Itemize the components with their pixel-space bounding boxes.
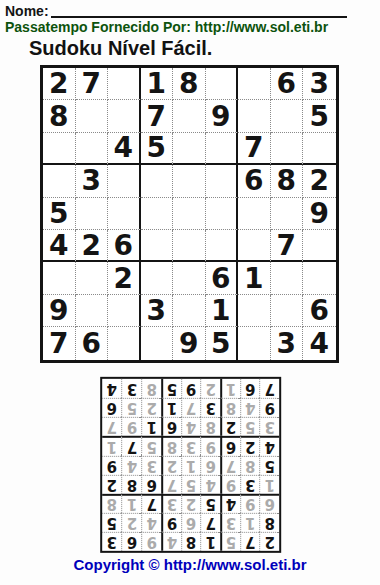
- puzzle-cell[interactable]: [141, 327, 174, 359]
- solution-cell: 5: [141, 436, 161, 455]
- puzzle-cell[interactable]: 1: [206, 295, 239, 327]
- solution-cell: 6: [102, 398, 122, 417]
- puzzle-cell[interactable]: [206, 133, 239, 165]
- puzzle-cell[interactable]: [141, 165, 174, 197]
- puzzle-cell[interactable]: 5: [43, 198, 76, 230]
- puzzle-cell[interactable]: 6: [108, 230, 141, 262]
- puzzle-cell[interactable]: 2: [303, 165, 336, 197]
- puzzle-cell[interactable]: [173, 100, 206, 132]
- puzzle-cell[interactable]: 3: [303, 68, 336, 100]
- puzzle-cell[interactable]: 3: [271, 327, 304, 359]
- puzzle-cell[interactable]: [76, 133, 109, 165]
- puzzle-cell[interactable]: [173, 262, 206, 294]
- puzzle-cell[interactable]: [238, 327, 271, 359]
- puzzle-cell[interactable]: 5: [141, 133, 174, 165]
- solution-cell: 2: [122, 513, 142, 532]
- puzzle-cell[interactable]: [271, 295, 304, 327]
- solution-cell: 3: [220, 513, 240, 532]
- puzzle-cell[interactable]: [206, 165, 239, 197]
- solution-cell: 9: [141, 532, 161, 551]
- solution-cell: 1: [102, 436, 122, 455]
- puzzle-cell[interactable]: 2: [76, 230, 109, 262]
- solution-cell: 5: [260, 455, 280, 474]
- puzzle-cell[interactable]: [271, 133, 304, 165]
- puzzle-cell[interactable]: [173, 198, 206, 230]
- puzzle-cell[interactable]: [271, 198, 304, 230]
- puzzle-cell[interactable]: 7: [238, 133, 271, 165]
- solution-cell: 4: [122, 455, 142, 474]
- solution-cell: 2: [260, 532, 280, 551]
- page-title: Sudoku Nível Fácil.: [29, 37, 212, 60]
- name-input-line[interactable]: [51, 3, 347, 18]
- puzzle-cell[interactable]: 1: [238, 262, 271, 294]
- solution-cell: 1: [220, 379, 240, 398]
- puzzle-cell[interactable]: 7: [76, 68, 109, 100]
- solution-cell: 7: [240, 532, 260, 551]
- solution-cell: 6: [141, 474, 161, 493]
- puzzle-cell[interactable]: [76, 295, 109, 327]
- solution-cell: 5: [240, 417, 260, 436]
- puzzle-cell[interactable]: 8: [43, 100, 76, 132]
- puzzle-cell[interactable]: [108, 165, 141, 197]
- puzzle-cell[interactable]: [76, 100, 109, 132]
- solution-cell: 3: [161, 494, 181, 513]
- solution-cell: 9: [260, 398, 280, 417]
- puzzle-cell[interactable]: 9: [206, 100, 239, 132]
- puzzle-cell[interactable]: 2: [108, 262, 141, 294]
- provider-link-text[interactable]: Passatempo Fornecido Por: http://www.sol…: [5, 19, 328, 35]
- solution-cell: 5: [181, 474, 201, 493]
- puzzle-cell[interactable]: [206, 68, 239, 100]
- solution-cell: 3: [181, 436, 201, 455]
- solution-cell: 7: [122, 436, 142, 455]
- solution-cell: 9: [240, 494, 260, 513]
- solution-cell: 5: [220, 532, 240, 551]
- solution-cell: 1: [161, 398, 181, 417]
- puzzle-cell[interactable]: 3: [141, 295, 174, 327]
- solution-cell: 8: [220, 398, 240, 417]
- solution-cell: 9: [181, 379, 201, 398]
- puzzle-cell[interactable]: [206, 230, 239, 262]
- puzzle-cell[interactable]: [173, 295, 206, 327]
- puzzle-cell[interactable]: [271, 100, 304, 132]
- solution-cell: 2: [181, 494, 201, 513]
- solution-cell: 9: [161, 513, 181, 532]
- solution-grid-rotated-container: 2751849638137694256945237181394576825876…: [100, 377, 281, 553]
- puzzle-cell[interactable]: [206, 198, 239, 230]
- solution-cell: 7: [161, 474, 181, 493]
- solution-cell: 9: [200, 436, 220, 455]
- puzzle-cell[interactable]: 6: [76, 327, 109, 359]
- solution-cell: 6: [181, 513, 201, 532]
- puzzle-cell[interactable]: [108, 100, 141, 132]
- solution-cell: 3: [122, 379, 142, 398]
- puzzle-cell[interactable]: [43, 133, 76, 165]
- puzzle-cell[interactable]: [76, 198, 109, 230]
- solution-cell: 4: [220, 494, 240, 513]
- solution-cell: 4: [260, 436, 280, 455]
- puzzle-cell[interactable]: 9: [173, 327, 206, 359]
- solution-cell: 9: [102, 455, 122, 474]
- solution-cell: 8: [200, 417, 220, 436]
- solution-cell: 5: [102, 513, 122, 532]
- puzzle-cell[interactable]: [76, 262, 109, 294]
- solution-cell: 4: [141, 513, 161, 532]
- solution-cell: 8: [260, 513, 280, 532]
- puzzle-cell[interactable]: 6: [206, 262, 239, 294]
- puzzle-cell[interactable]: 6: [303, 295, 336, 327]
- solution-cell: 1: [260, 474, 280, 493]
- copyright-text[interactable]: Copyright © http://www.sol.eti.br: [0, 556, 380, 573]
- solution-cell: 2: [141, 398, 161, 417]
- puzzle-cell[interactable]: 2: [43, 68, 76, 100]
- solution-sudoku-grid: 2751849638137694256945237181394576825876…: [100, 377, 281, 553]
- solution-cell: 5: [122, 398, 142, 417]
- name-field-row: Nome:: [5, 3, 347, 19]
- puzzle-cell[interactable]: 9: [43, 295, 76, 327]
- sudoku-worksheet-page: Nome: Passatempo Fornecido Por: http://w…: [0, 0, 380, 585]
- solution-cell: 7: [141, 494, 161, 513]
- puzzle-cell[interactable]: [108, 327, 141, 359]
- solution-cell: 7: [260, 379, 280, 398]
- solution-cell: 1: [122, 494, 142, 513]
- solution-cell: 2: [102, 474, 122, 493]
- puzzle-cell[interactable]: [303, 230, 336, 262]
- solution-cell: 4: [240, 398, 260, 417]
- solution-cell: 8: [161, 436, 181, 455]
- puzzle-cell[interactable]: [271, 262, 304, 294]
- solution-cell: 7: [200, 513, 220, 532]
- solution-cell: 8: [141, 379, 161, 398]
- solution-cell: 8: [240, 455, 260, 474]
- solution-cell: 3: [102, 532, 122, 551]
- solution-cell: 2: [220, 417, 240, 436]
- puzzle-cell[interactable]: 7: [271, 230, 304, 262]
- puzzle-cell[interactable]: [173, 230, 206, 262]
- puzzle-cell[interactable]: [43, 165, 76, 197]
- puzzle-cell[interactable]: 6: [271, 68, 304, 100]
- solution-cell: 3: [240, 474, 260, 493]
- solution-cell: 3: [141, 455, 161, 474]
- solution-cell: 1: [181, 455, 201, 474]
- puzzle-cell[interactable]: 9: [303, 198, 336, 230]
- puzzle-cell[interactable]: [108, 68, 141, 100]
- puzzle-cell[interactable]: [141, 230, 174, 262]
- solution-cell: 8: [102, 494, 122, 513]
- puzzle-cell[interactable]: 5: [206, 327, 239, 359]
- solution-cell: 7: [181, 398, 201, 417]
- solution-cell: 8: [181, 532, 201, 551]
- solution-cell: 6: [260, 494, 280, 513]
- puzzle-cell[interactable]: 5: [303, 100, 336, 132]
- puzzle-cell[interactable]: [238, 230, 271, 262]
- solution-cell: 7: [220, 455, 240, 474]
- solution-cell: 4: [181, 417, 201, 436]
- puzzle-cell[interactable]: [108, 198, 141, 230]
- puzzle-cell[interactable]: [173, 165, 206, 197]
- solution-cell: 6: [122, 532, 142, 551]
- puzzle-cell[interactable]: 4: [43, 230, 76, 262]
- solution-cell: 7: [102, 417, 122, 436]
- solution-cell: 3: [260, 417, 280, 436]
- puzzle-cell[interactable]: [108, 295, 141, 327]
- solution-cell: 9: [220, 474, 240, 493]
- puzzle-cell[interactable]: 8: [173, 68, 206, 100]
- name-label: Nome:: [5, 3, 49, 19]
- solution-cell: 1: [141, 417, 161, 436]
- puzzle-cell[interactable]: 8: [271, 165, 304, 197]
- puzzle-cell[interactable]: 4: [108, 133, 141, 165]
- puzzle-cell[interactable]: [238, 198, 271, 230]
- solution-cell: 1: [200, 532, 220, 551]
- solution-cell: 3: [200, 398, 220, 417]
- solution-cell: 5: [200, 494, 220, 513]
- solution-cell: 4: [161, 532, 181, 551]
- solution-cell: 6: [220, 436, 240, 455]
- puzzle-cell[interactable]: [303, 133, 336, 165]
- solution-cell: 5: [161, 379, 181, 398]
- puzzle-cell[interactable]: 6: [238, 165, 271, 197]
- solution-cell: 2: [200, 379, 220, 398]
- puzzle-cell[interactable]: [43, 262, 76, 294]
- solution-cell: 4: [200, 474, 220, 493]
- puzzle-cell[interactable]: 4: [303, 327, 336, 359]
- puzzle-cell[interactable]: [238, 295, 271, 327]
- solution-cell: 8: [122, 474, 142, 493]
- solution-cell: 6: [161, 417, 181, 436]
- solution-cell: 6: [240, 379, 260, 398]
- main-sudoku-grid: 271863879545736825942672619316769534: [40, 65, 339, 363]
- puzzle-cell[interactable]: 3: [76, 165, 109, 197]
- solution-cell: 4: [102, 379, 122, 398]
- solution-cell: 9: [122, 417, 142, 436]
- puzzle-cell[interactable]: [238, 68, 271, 100]
- solution-cell: 2: [240, 436, 260, 455]
- puzzle-cell[interactable]: 1: [141, 68, 174, 100]
- solution-cell: 1: [240, 513, 260, 532]
- puzzle-cell[interactable]: 7: [43, 327, 76, 359]
- puzzle-cell[interactable]: [238, 100, 271, 132]
- solution-cell: 6: [200, 455, 220, 474]
- puzzle-cell[interactable]: 7: [141, 100, 174, 132]
- puzzle-cell[interactable]: [141, 262, 174, 294]
- solution-cell: 2: [161, 455, 181, 474]
- puzzle-cell[interactable]: [141, 198, 174, 230]
- puzzle-cell[interactable]: [173, 133, 206, 165]
- puzzle-cell[interactable]: [303, 262, 336, 294]
